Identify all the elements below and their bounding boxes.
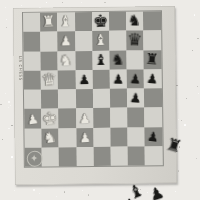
board-square-b8 — [40, 12, 57, 32]
board-square-a3 — [24, 109, 41, 129]
board-square-f4 — [110, 89, 127, 109]
board-square-g7 — [126, 31, 143, 51]
board-square-b2 — [42, 128, 59, 148]
board-square-c5 — [58, 70, 75, 90]
board-square-h4 — [144, 88, 161, 108]
speckle — [64, 191, 65, 192]
board-square-c8 — [57, 12, 74, 32]
board-square-h5 — [144, 69, 161, 89]
board-square-e4 — [93, 89, 110, 109]
speckle — [11, 125, 12, 126]
board-square-h6 — [144, 50, 161, 70]
board-square-g5 — [127, 69, 144, 89]
speckle — [176, 85, 178, 87]
speckle — [192, 50, 193, 51]
speckle — [178, 170, 179, 171]
speckle — [56, 196, 57, 197]
board-square-e2 — [93, 128, 110, 148]
board-square-f2 — [110, 127, 127, 147]
board-square-g8 — [126, 11, 143, 31]
captured-black-piece-R-0: ♜ — [164, 134, 184, 156]
speckle — [178, 119, 179, 120]
speckle — [5, 93, 6, 94]
board-square-c3 — [59, 109, 76, 129]
speckle — [8, 101, 10, 103]
speckle — [14, 190, 15, 191]
board-square-f3 — [110, 108, 127, 128]
speckle — [198, 93, 199, 94]
speckle — [82, 190, 83, 191]
board-square-d3 — [76, 109, 93, 129]
board-square-c2 — [59, 128, 76, 148]
speckle — [0, 104, 1, 105]
speckle — [175, 191, 176, 192]
board-square-h8 — [143, 11, 160, 31]
board-square-e5 — [92, 70, 109, 90]
board-square-d8 — [75, 12, 92, 32]
speckle — [181, 120, 182, 121]
speckle — [6, 19, 7, 20]
board-square-b1 — [42, 148, 59, 168]
board-square-a6 — [23, 51, 40, 71]
board-square-g6 — [127, 50, 144, 70]
speckle — [6, 27, 7, 28]
board-square-e3 — [93, 108, 110, 128]
board-square-h1 — [145, 146, 162, 166]
captured-black-piece-P-2: ♟ — [147, 183, 168, 200]
board-square-b4 — [41, 90, 58, 110]
board-square-b5 — [41, 70, 58, 90]
speckle — [184, 124, 186, 126]
speckle — [81, 2, 82, 3]
board-square-e1 — [93, 147, 110, 167]
corner-logo: ✦ — [26, 150, 42, 166]
speckle — [104, 2, 106, 4]
speckle — [194, 14, 196, 16]
board-square-f5 — [110, 69, 127, 89]
board-square-e8 — [92, 12, 109, 32]
speckle — [10, 105, 11, 106]
speckle — [197, 38, 198, 39]
speckle — [2, 139, 3, 140]
board-square-a4 — [24, 90, 41, 110]
board-square-b3 — [41, 109, 58, 129]
board-square-h2 — [145, 127, 162, 147]
speckle — [62, 2, 63, 3]
speckle — [196, 158, 197, 159]
board-square-f6 — [109, 50, 126, 70]
board-square-a2 — [24, 128, 41, 148]
chess-photo: US CHESS ♜♝♚♞♟♝♛♞♝♞♜♛♟♟♟♟♟♟♚♟♞♟♟ ✦ ♜♝♟♟ — [0, 0, 200, 200]
board-square-g2 — [128, 127, 145, 147]
board-square-c1 — [59, 147, 76, 167]
speckle — [39, 193, 40, 194]
speckle — [33, 189, 34, 190]
board-square-c4 — [58, 89, 75, 109]
board-square-g1 — [128, 146, 145, 166]
board-square-d4 — [76, 89, 93, 109]
board-square-c6 — [58, 51, 75, 71]
board-square-g3 — [127, 108, 144, 128]
board-square-a5 — [24, 71, 41, 91]
board-square-d1 — [76, 147, 93, 167]
board-square-e6 — [92, 50, 109, 70]
board-square-d5 — [75, 70, 92, 90]
speckle — [8, 107, 9, 108]
board-square-d2 — [76, 128, 93, 148]
speckle — [88, 194, 90, 196]
board-square-h7 — [144, 30, 161, 50]
board-square-a8 — [23, 13, 40, 33]
board-square-a7 — [23, 32, 40, 52]
speckle — [46, 2, 47, 3]
board-square-f7 — [109, 31, 126, 51]
board-square-f8 — [109, 12, 126, 32]
board-square-b6 — [41, 51, 58, 71]
board-square-b7 — [40, 32, 57, 52]
chess-mat: US CHESS ♜♝♚♞♟♝♛♞♝♞♜♛♟♟♟♟♟♟♚♟♞♟♟ ✦ — [13, 6, 177, 185]
board-square-g4 — [127, 89, 144, 109]
board-square-d7 — [75, 31, 92, 51]
board-square-c7 — [58, 32, 75, 52]
speckle — [197, 86, 198, 87]
speckle — [8, 128, 10, 130]
board-square-f1 — [111, 147, 128, 167]
board-square-h3 — [145, 108, 162, 128]
board-square-d6 — [75, 51, 92, 71]
speckle — [11, 156, 13, 158]
board-square-e7 — [92, 31, 109, 51]
speckle — [5, 7, 6, 8]
speckle — [186, 98, 187, 99]
chess-board-grid — [23, 11, 162, 167]
speckle — [21, 5, 22, 6]
